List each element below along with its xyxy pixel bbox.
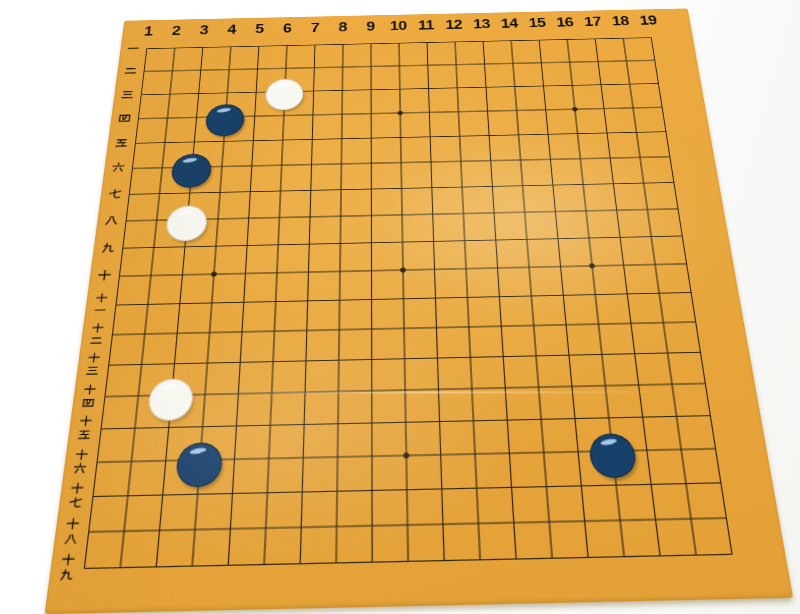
column-label-16: 16 [551, 15, 579, 30]
row-label-18 [57, 516, 86, 546]
column-label-10: 10 [385, 19, 412, 34]
go-board-mat: 12345678910111213141516171819 ●●●●●●● [45, 8, 794, 614]
row-label-4 [113, 112, 135, 124]
column-labels: 12345678910111213141516171819 [124, 8, 687, 20]
row-label-14 [75, 382, 102, 409]
row-label-7 [103, 187, 126, 200]
column-label-18: 18 [606, 14, 635, 29]
column-label-17: 17 [579, 14, 607, 29]
column-label-7: 7 [301, 20, 328, 35]
column-label-1: 1 [134, 24, 162, 39]
row-label-11 [88, 292, 113, 317]
row-label-13 [80, 351, 106, 377]
column-label-12: 12 [440, 17, 467, 32]
column-label-14: 14 [496, 16, 524, 31]
star-point [588, 263, 594, 268]
column-label-3: 3 [190, 23, 218, 38]
row-label-5 [110, 136, 132, 148]
board-grid [83, 37, 732, 569]
row-label-2 [120, 65, 141, 76]
row-label-19 [52, 552, 81, 583]
row-label-3 [116, 88, 137, 100]
column-label-19: 19 [634, 13, 663, 28]
row-label-12 [84, 321, 110, 346]
star-point [608, 447, 615, 453]
star-point [400, 267, 406, 272]
board-photo: 12345678910111213141516171819 ●●●●●●● [0, 0, 800, 614]
row-label-10 [92, 268, 116, 282]
star-point [222, 114, 227, 118]
column-label-5: 5 [246, 22, 273, 37]
column-label-9: 9 [357, 19, 384, 34]
column-label-2: 2 [162, 23, 190, 38]
row-label-8 [100, 213, 123, 226]
column-label-6: 6 [274, 21, 301, 36]
column-label-15: 15 [523, 16, 551, 31]
row-label-17 [62, 481, 90, 510]
star-point [572, 107, 578, 111]
star-point [397, 110, 402, 114]
row-label-6 [107, 161, 129, 174]
star-point [403, 452, 409, 458]
row-label-1 [123, 42, 144, 53]
column-label-8: 8 [329, 20, 356, 35]
column-label-11: 11 [413, 18, 440, 33]
column-label-4: 4 [218, 22, 246, 37]
row-label-15 [71, 414, 98, 442]
star-point [196, 456, 203, 462]
column-label-13: 13 [468, 17, 495, 32]
row-label-16 [66, 447, 94, 475]
star-point [210, 271, 216, 276]
row-label-9 [96, 240, 119, 254]
